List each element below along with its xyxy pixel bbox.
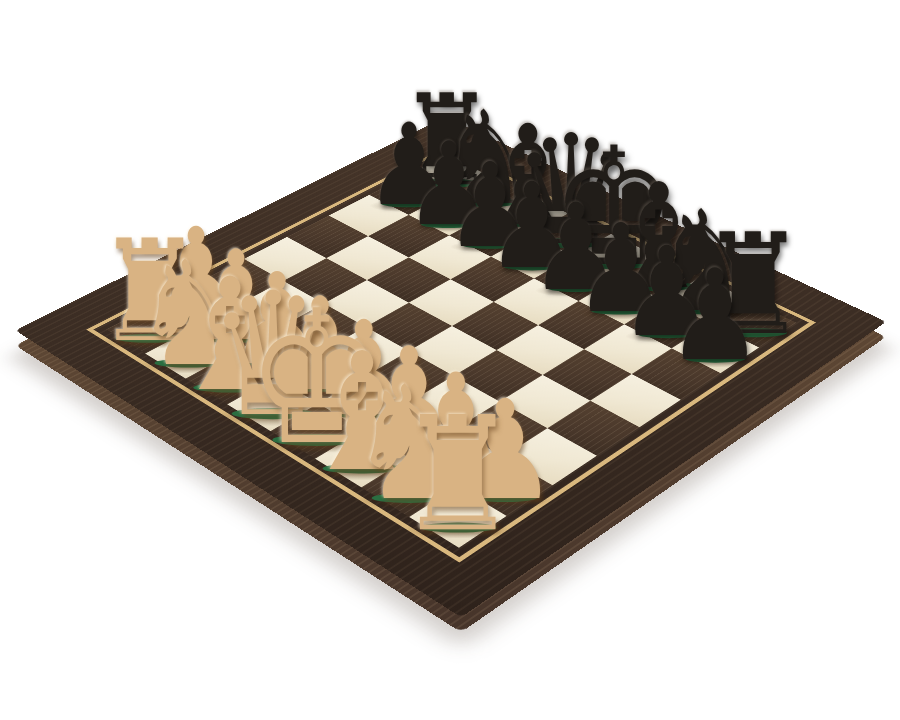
white-rook-glyph: ♜ <box>398 415 518 533</box>
piece-black-pawn-h7[interactable]: ♟ <box>659 269 772 363</box>
photo-background: ♜♞♟♝♟♛♟♚♟♝♟♞♟♟♜♟♟♜♟♟♞♟♝♟♛♟♚♟♝♟♞♜ <box>0 0 900 720</box>
pieces-layer: ♜♞♟♝♟♛♟♚♟♝♟♞♟♟♜♟♟♜♟♟♞♟♝♟♛♟♚♟♝♟♞♜ <box>0 0 900 720</box>
piece-white-rook-h1[interactable]: ♜ <box>387 415 529 533</box>
black-pawn-glyph: ♟ <box>667 269 763 363</box>
